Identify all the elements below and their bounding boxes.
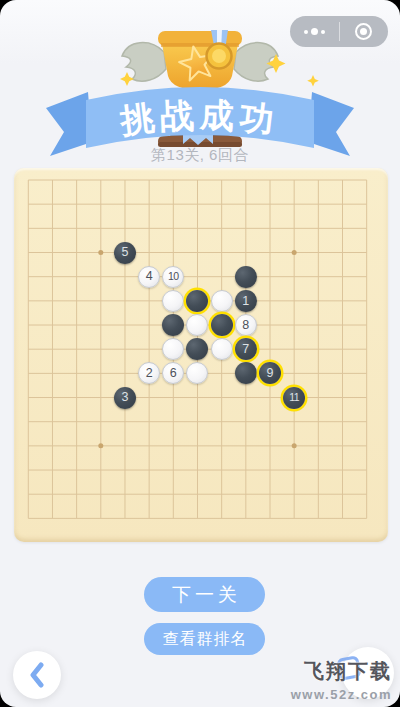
- gomoku-board[interactable]: 5410187269311: [14, 168, 388, 542]
- star-point: [98, 250, 103, 255]
- stone-white-move-4: 4: [138, 266, 160, 288]
- move-number: 9: [267, 367, 274, 380]
- move-number: 5: [121, 246, 128, 259]
- move-number: 4: [146, 270, 153, 283]
- stone-black: [211, 314, 233, 336]
- stone-white: [211, 290, 233, 312]
- stone-black-move-7: 7: [235, 338, 257, 360]
- star-point: [292, 250, 297, 255]
- stone-white-move-10: 10: [162, 266, 184, 288]
- exit-circle-icon[interactable]: [340, 23, 389, 40]
- stone-black-move-5: 5: [114, 242, 136, 264]
- watermark: 飞翔下载 www.52z.com: [291, 658, 392, 702]
- star-point: [292, 443, 297, 448]
- stone-white: [211, 338, 233, 360]
- move-number: 7: [242, 343, 249, 356]
- move-number: 11: [289, 392, 299, 403]
- level-round-info: 第13关, 6回合: [0, 146, 400, 165]
- app-screen: 挑战成功 第13关, 6回合 5410187269311 下一关 查看群排名 飞…: [0, 0, 400, 707]
- move-number: 2: [146, 367, 153, 380]
- next-level-button[interactable]: 下一关: [144, 577, 265, 612]
- stone-black-move-11: 11: [283, 387, 305, 409]
- view-group-ranking-button[interactable]: 查看群排名: [144, 623, 265, 655]
- stone-white-move-8: 8: [235, 314, 257, 336]
- move-number: 6: [170, 367, 177, 380]
- move-number: 1: [242, 295, 249, 308]
- stone-black: [235, 266, 257, 288]
- back-button[interactable]: [13, 651, 61, 699]
- watermark-title: 飞翔下载: [291, 658, 392, 685]
- stone-black-move-3: 3: [114, 387, 136, 409]
- stone-black-move-1: 1: [235, 290, 257, 312]
- move-number: 3: [121, 391, 128, 404]
- star-point: [98, 443, 103, 448]
- move-number: 8: [242, 319, 249, 332]
- chevron-left-icon: [29, 662, 45, 688]
- move-number: 10: [168, 271, 179, 282]
- stone-white: [162, 290, 184, 312]
- watermark-url: www.52z.com: [291, 687, 392, 702]
